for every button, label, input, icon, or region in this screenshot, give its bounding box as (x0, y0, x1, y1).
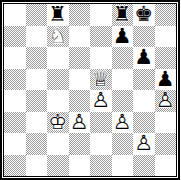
square-f4[interactable] (112, 90, 134, 112)
square-b1[interactable] (26, 155, 48, 177)
square-g8[interactable]: ♚♚ (133, 4, 155, 26)
square-f3[interactable]: ♟♙ (112, 112, 134, 134)
square-a7[interactable] (4, 26, 26, 48)
square-a6[interactable] (4, 47, 26, 69)
square-f6[interactable] (112, 47, 134, 69)
square-h5[interactable]: ♟♟ (155, 69, 177, 91)
square-e7[interactable] (90, 26, 112, 48)
square-e4[interactable]: ♟♙ (90, 90, 112, 112)
white-queen-glyph: ♕ (90, 69, 112, 91)
square-c3[interactable]: ♚♔ (47, 112, 69, 134)
square-h8[interactable] (155, 4, 177, 26)
white-pawn[interactable]: ♟♙ (69, 112, 91, 134)
square-f7[interactable]: ♟♟ (112, 26, 134, 48)
square-g7[interactable] (133, 26, 155, 48)
square-c8[interactable]: ♜♜ (47, 4, 69, 26)
square-h1[interactable] (155, 155, 177, 177)
square-d6[interactable] (69, 47, 91, 69)
black-king-glyph: ♚ (133, 4, 155, 26)
white-pawn[interactable]: ♟♙ (133, 133, 155, 155)
square-g4[interactable] (133, 90, 155, 112)
black-king[interactable]: ♚♚ (133, 4, 155, 26)
square-a3[interactable] (4, 112, 26, 134)
white-pawn[interactable]: ♟♙ (155, 90, 177, 112)
chess-board: ♜♜♜♜♚♚♞♘♟♟♟♟♛♕♟♟♟♙♟♙♚♔♟♙♟♙♟♙ (4, 4, 176, 176)
white-pawn-glyph: ♙ (112, 112, 134, 134)
square-a8[interactable] (4, 4, 26, 26)
black-pawn-glyph: ♟ (112, 26, 134, 48)
square-a1[interactable] (4, 155, 26, 177)
square-d4[interactable] (69, 90, 91, 112)
chess-board-frame: ♜♜♜♜♚♚♞♘♟♟♟♟♛♕♟♟♟♙♟♙♚♔♟♙♟♙♟♙ (0, 0, 180, 180)
square-h3[interactable] (155, 112, 177, 134)
square-h2[interactable] (155, 133, 177, 155)
square-e2[interactable] (90, 133, 112, 155)
black-rook-glyph: ♜ (47, 4, 69, 26)
black-rook[interactable]: ♜♜ (47, 4, 69, 26)
chess-board-inner-border: ♜♜♜♜♚♚♞♘♟♟♟♟♛♕♟♟♟♙♟♙♚♔♟♙♟♙♟♙ (3, 3, 177, 177)
square-g1[interactable] (133, 155, 155, 177)
square-c7[interactable]: ♞♘ (47, 26, 69, 48)
white-pawn[interactable]: ♟♙ (90, 90, 112, 112)
square-e5[interactable]: ♛♕ (90, 69, 112, 91)
black-pawn[interactable]: ♟♟ (112, 26, 134, 48)
square-h7[interactable] (155, 26, 177, 48)
square-b7[interactable] (26, 26, 48, 48)
white-pawn-glyph: ♙ (69, 112, 91, 134)
white-pawn-glyph: ♙ (133, 133, 155, 155)
square-b6[interactable] (26, 47, 48, 69)
square-b5[interactable] (26, 69, 48, 91)
square-d3[interactable]: ♟♙ (69, 112, 91, 134)
square-c4[interactable] (47, 90, 69, 112)
square-b4[interactable] (26, 90, 48, 112)
black-rook-glyph: ♜ (112, 4, 134, 26)
black-rook[interactable]: ♜♜ (112, 4, 134, 26)
square-d7[interactable] (69, 26, 91, 48)
white-king[interactable]: ♚♔ (47, 112, 69, 134)
square-f1[interactable] (112, 155, 134, 177)
white-knight-glyph: ♘ (47, 26, 69, 48)
square-h4[interactable]: ♟♙ (155, 90, 177, 112)
white-pawn-glyph: ♙ (90, 90, 112, 112)
square-a2[interactable] (4, 133, 26, 155)
black-pawn-glyph: ♟ (155, 69, 177, 91)
square-e8[interactable] (90, 4, 112, 26)
square-c2[interactable] (47, 133, 69, 155)
black-pawn-glyph: ♟ (133, 47, 155, 69)
square-d5[interactable] (69, 69, 91, 91)
white-pawn[interactable]: ♟♙ (112, 112, 134, 134)
square-f5[interactable] (112, 69, 134, 91)
square-a5[interactable] (4, 69, 26, 91)
square-f8[interactable]: ♜♜ (112, 4, 134, 26)
square-d8[interactable] (69, 4, 91, 26)
square-d2[interactable] (69, 133, 91, 155)
square-g3[interactable] (133, 112, 155, 134)
black-pawn[interactable]: ♟♟ (133, 47, 155, 69)
square-e3[interactable] (90, 112, 112, 134)
square-b2[interactable] (26, 133, 48, 155)
square-f2[interactable] (112, 133, 134, 155)
square-g6[interactable]: ♟♟ (133, 47, 155, 69)
square-h6[interactable] (155, 47, 177, 69)
square-g5[interactable] (133, 69, 155, 91)
square-c1[interactable] (47, 155, 69, 177)
square-d1[interactable] (69, 155, 91, 177)
black-pawn[interactable]: ♟♟ (155, 69, 177, 91)
square-e1[interactable] (90, 155, 112, 177)
square-c6[interactable] (47, 47, 69, 69)
white-pawn-glyph: ♙ (155, 90, 177, 112)
square-a4[interactable] (4, 90, 26, 112)
square-b8[interactable] (26, 4, 48, 26)
square-c5[interactable] (47, 69, 69, 91)
white-king-glyph: ♔ (47, 112, 69, 134)
square-g2[interactable]: ♟♙ (133, 133, 155, 155)
square-e6[interactable] (90, 47, 112, 69)
white-queen[interactable]: ♛♕ (90, 69, 112, 91)
white-knight[interactable]: ♞♘ (47, 26, 69, 48)
square-b3[interactable] (26, 112, 48, 134)
